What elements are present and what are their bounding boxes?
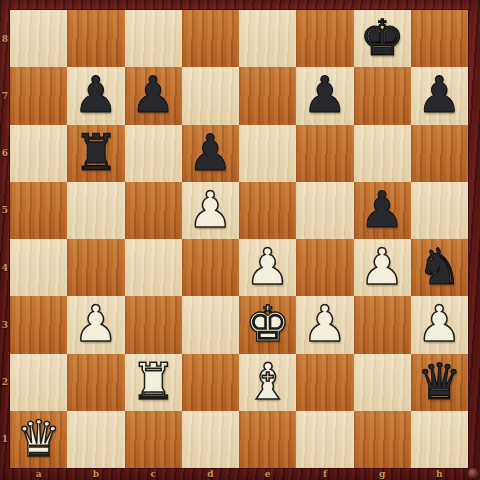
square-g5[interactable]: ♟ [354,182,411,239]
square-b3[interactable]: ♟ [67,296,124,353]
piece-black-knight-h4[interactable]: ♞ [417,239,462,296]
square-b6[interactable]: ♜ [67,125,124,182]
square-g3[interactable] [354,296,411,353]
square-f2[interactable] [296,354,353,411]
square-d8[interactable] [182,10,239,67]
file-label-c: c [125,467,182,480]
piece-white-pawn-h3[interactable]: ♟ [417,296,462,353]
piece-black-pawn-g5[interactable]: ♟ [360,182,405,239]
square-b1[interactable] [67,411,124,468]
square-b7[interactable]: ♟ [67,67,124,124]
file-label-f: f [296,467,353,480]
square-e7[interactable] [239,67,296,124]
file-label-d: d [182,467,239,480]
square-d1[interactable] [182,411,239,468]
piece-black-queen-h2[interactable]: ♛ [417,354,462,411]
square-h7[interactable]: ♟ [411,67,468,124]
piece-white-pawn-g4[interactable]: ♟ [360,239,405,296]
piece-white-pawn-d5[interactable]: ♟ [188,182,233,239]
chessboard-frame: 87654321 ♚♟♟♟♟♜♟♟♟♟♟♞♟♚♟♟♜♝♛♛ abcdefgh [0,0,480,480]
square-c5[interactable] [125,182,182,239]
piece-black-pawn-c7[interactable]: ♟ [131,67,176,124]
square-b4[interactable] [67,239,124,296]
square-g7[interactable] [354,67,411,124]
rank-label-1: 1 [0,411,10,468]
square-a7[interactable] [10,67,67,124]
square-g4[interactable]: ♟ [354,239,411,296]
square-d5[interactable]: ♟ [182,182,239,239]
file-label-h: h [411,467,468,480]
square-e5[interactable] [239,182,296,239]
piece-black-pawn-h7[interactable]: ♟ [417,67,462,124]
rank-label-8: 8 [0,10,10,67]
square-d7[interactable] [182,67,239,124]
rank-label-7: 7 [0,67,10,124]
square-c4[interactable] [125,239,182,296]
square-h6[interactable] [411,125,468,182]
square-f1[interactable] [296,411,353,468]
square-c1[interactable] [125,411,182,468]
piece-black-pawn-d6[interactable]: ♟ [188,125,233,182]
square-f4[interactable] [296,239,353,296]
piece-black-king-g8[interactable]: ♚ [360,10,405,67]
file-label-g: g [354,467,411,480]
square-a1[interactable]: ♛ [10,411,67,468]
square-d4[interactable] [182,239,239,296]
piece-white-queen-a1[interactable]: ♛ [16,411,61,468]
square-h8[interactable] [411,10,468,67]
square-d6[interactable]: ♟ [182,125,239,182]
file-label-a: a [10,467,67,480]
square-a5[interactable] [10,182,67,239]
file-label-b: b [67,467,124,480]
file-label-e: e [239,467,296,480]
piece-white-pawn-f3[interactable]: ♟ [302,296,347,353]
piece-black-pawn-b7[interactable]: ♟ [73,67,118,124]
square-a3[interactable] [10,296,67,353]
rank-labels: 87654321 [0,10,10,468]
rank-label-4: 4 [0,239,10,296]
rank-label-2: 2 [0,354,10,411]
square-c7[interactable]: ♟ [125,67,182,124]
square-b8[interactable] [67,10,124,67]
piece-black-pawn-f7[interactable]: ♟ [302,67,347,124]
piece-white-bishop-e2[interactable]: ♝ [245,354,290,411]
square-f6[interactable] [296,125,353,182]
square-d3[interactable] [182,296,239,353]
square-b2[interactable] [67,354,124,411]
square-h5[interactable] [411,182,468,239]
piece-white-king-e3[interactable]: ♚ [245,296,290,353]
piece-black-rook-b6[interactable]: ♜ [73,125,118,182]
board: ♚♟♟♟♟♜♟♟♟♟♟♞♟♚♟♟♜♝♛♛ [10,10,468,468]
square-e4[interactable]: ♟ [239,239,296,296]
rank-label-5: 5 [0,182,10,239]
corner-mark [469,469,477,477]
square-f3[interactable]: ♟ [296,296,353,353]
square-a4[interactable] [10,239,67,296]
square-c8[interactable] [125,10,182,67]
square-d2[interactable] [182,354,239,411]
square-c3[interactable] [125,296,182,353]
square-h1[interactable] [411,411,468,468]
square-b5[interactable] [67,182,124,239]
piece-white-rook-c2[interactable]: ♜ [131,354,176,411]
square-f5[interactable] [296,182,353,239]
square-e3[interactable]: ♚ [239,296,296,353]
square-g6[interactable] [354,125,411,182]
piece-white-pawn-e4[interactable]: ♟ [245,239,290,296]
square-f7[interactable]: ♟ [296,67,353,124]
square-c6[interactable] [125,125,182,182]
square-a6[interactable] [10,125,67,182]
square-e8[interactable] [239,10,296,67]
rank-label-3: 3 [0,296,10,353]
square-e2[interactable]: ♝ [239,354,296,411]
rank-label-6: 6 [0,125,10,182]
square-g2[interactable] [354,354,411,411]
square-f8[interactable] [296,10,353,67]
file-labels: abcdefgh [10,467,468,480]
square-g8[interactable]: ♚ [354,10,411,67]
square-h3[interactable]: ♟ [411,296,468,353]
square-g1[interactable] [354,411,411,468]
square-h4[interactable]: ♞ [411,239,468,296]
square-e1[interactable] [239,411,296,468]
piece-white-pawn-b3[interactable]: ♟ [73,296,118,353]
square-e6[interactable] [239,125,296,182]
square-a2[interactable] [10,354,67,411]
square-h2[interactable]: ♛ [411,354,468,411]
square-a8[interactable] [10,10,67,67]
square-c2[interactable]: ♜ [125,354,182,411]
